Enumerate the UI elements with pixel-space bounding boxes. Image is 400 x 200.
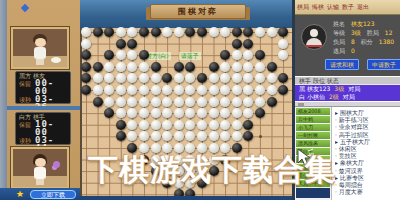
stone-white xyxy=(255,97,265,107)
stone-black xyxy=(81,50,91,60)
stone-black xyxy=(81,73,91,83)
room-list-item[interactable]: · 休闲区 xyxy=(335,145,400,152)
stone-white xyxy=(151,73,161,83)
room-list-item[interactable]: · 业余对弈区 xyxy=(335,123,400,130)
stone-black xyxy=(243,120,253,130)
menu-item[interactable]: 认输 xyxy=(327,3,339,14)
menu-item[interactable]: 悔棋 xyxy=(312,3,324,14)
stone-black xyxy=(209,62,219,72)
stone-white xyxy=(209,27,219,37)
stone-white xyxy=(232,85,242,95)
profile-avatar-icon xyxy=(301,24,327,50)
stone-white xyxy=(243,73,253,83)
stone-black xyxy=(278,85,288,95)
profile-stats: 姓名 棋友123 等级 3级 胜局 12 负局 8 积分 1380 逃局 xyxy=(333,19,397,55)
stone-white xyxy=(162,85,172,95)
stone-white xyxy=(116,85,126,95)
stone-black xyxy=(81,85,91,95)
room-list-item[interactable]: ▸ 围棋大厅 xyxy=(335,109,400,116)
stone-white xyxy=(162,131,172,141)
stone-black xyxy=(104,50,114,60)
stone-white xyxy=(151,120,161,130)
clock-label: 保留 xyxy=(19,121,35,129)
stone-white xyxy=(174,131,184,141)
clock-label: 保留 xyxy=(19,80,35,88)
stone-white xyxy=(162,27,172,37)
stone-black xyxy=(93,97,103,107)
stone-white xyxy=(209,120,219,130)
stone-white xyxy=(232,73,242,83)
stone-white xyxy=(162,120,172,130)
stone-black xyxy=(255,108,265,118)
player-bottom-avatar xyxy=(11,147,69,189)
room-list-item[interactable]: · 楚河汉界 xyxy=(335,167,400,174)
stone-white xyxy=(116,108,126,118)
stone-black xyxy=(151,27,161,37)
pet-icon xyxy=(51,57,61,63)
stone-white xyxy=(220,108,230,118)
download-button[interactable]: 立即下载 xyxy=(30,190,76,199)
stone-white xyxy=(267,85,277,95)
stone-black xyxy=(127,39,137,49)
stone-white xyxy=(151,108,161,118)
stone-black xyxy=(116,39,126,49)
stone-white xyxy=(232,97,242,107)
stone-black xyxy=(151,62,161,72)
stone-white xyxy=(127,97,137,107)
stone-white xyxy=(116,62,126,72)
room-list-item[interactable]: · 新手练习区 xyxy=(335,116,400,123)
room-list-item[interactable]: · 月度大赛 xyxy=(335,188,400,195)
stone-white xyxy=(162,97,172,107)
stone-white xyxy=(209,131,219,141)
stone-white xyxy=(116,50,126,60)
stone-white xyxy=(209,73,219,83)
stone-white xyxy=(197,85,207,95)
stone-white xyxy=(255,85,265,95)
stone-black xyxy=(243,131,253,141)
row-status: 对局 xyxy=(343,93,355,101)
player-info-panel: 姓名 棋友123 等级 3级 胜局 12 负局 8 积分 1380 逃局 xyxy=(295,15,400,76)
stone-white xyxy=(185,120,195,130)
row-rank: 2级 xyxy=(329,93,339,101)
stone-white xyxy=(174,120,184,130)
stone-black xyxy=(255,50,265,60)
stone-white xyxy=(151,131,161,141)
stone-white xyxy=(243,108,253,118)
stone-black xyxy=(185,62,195,72)
players-table-header: 棋手 段位 状态 xyxy=(295,76,400,84)
turn-message-right: 请落子 xyxy=(179,52,201,60)
stone-black xyxy=(267,62,277,72)
stone-white xyxy=(116,27,126,37)
stone-white xyxy=(104,62,114,72)
stone-white xyxy=(220,62,230,72)
menu-item[interactable]: 数子 xyxy=(342,3,354,14)
clock-value-main: 00-00 xyxy=(35,79,67,95)
stone-white xyxy=(127,85,137,95)
stone-white xyxy=(174,85,184,95)
stone-white xyxy=(197,108,207,118)
stone-white xyxy=(116,73,126,83)
sidebar-menubar: 棋局悔棋认输数子退出 xyxy=(295,0,400,15)
stone-white xyxy=(232,108,242,118)
stone-white xyxy=(243,85,253,95)
player-top-avatar xyxy=(11,27,69,69)
stat-label: 胜局 xyxy=(367,28,379,37)
girl-avatar-figure xyxy=(30,154,50,188)
room-list-item[interactable]: ▸ 象棋大厅 xyxy=(335,159,400,166)
stone-white xyxy=(255,27,265,37)
stone-black xyxy=(104,27,114,37)
stone-black xyxy=(232,39,242,49)
user-list-item[interactable]: 棋友2008 xyxy=(296,108,330,115)
stone-black xyxy=(81,62,91,72)
stone-black xyxy=(185,27,195,37)
stone-white xyxy=(93,85,103,95)
clock-label: 读秒 xyxy=(19,137,35,145)
stone-white xyxy=(220,85,230,95)
window-left-edge xyxy=(0,0,7,200)
stone-white xyxy=(220,120,230,130)
stat-value: 1380 xyxy=(379,37,394,46)
stone-white xyxy=(243,62,253,72)
clock-value-main: 10-00 xyxy=(35,120,67,136)
panel-divider xyxy=(7,106,80,110)
stone-white xyxy=(151,85,161,95)
stone-white xyxy=(185,97,195,107)
players-table-row[interactable]: 黑 棋友123 3级 对局 xyxy=(295,85,400,93)
stat-label: 姓名 xyxy=(333,19,345,28)
stat-value: 12 xyxy=(385,28,393,37)
stone-black xyxy=(93,62,103,72)
stone-white xyxy=(232,62,242,72)
stone-white xyxy=(209,85,219,95)
stone-white xyxy=(209,108,219,118)
stone-white xyxy=(174,27,184,37)
stat-label: 负局 xyxy=(333,37,345,46)
count-request-button[interactable]: 申请数子 xyxy=(367,59,400,70)
star-icon: ★ xyxy=(16,189,24,199)
room-banner: 围棋对弈 xyxy=(150,4,246,19)
stone-white xyxy=(174,97,184,107)
boy-avatar-figure xyxy=(30,34,50,68)
stone-white xyxy=(139,120,149,130)
stone-white xyxy=(220,73,230,83)
row-name: 黑 棋友123 xyxy=(299,85,330,93)
stone-white xyxy=(278,39,288,49)
stone-white xyxy=(174,73,184,83)
stone-white xyxy=(81,27,91,37)
clock-label: 读秒 xyxy=(19,96,35,104)
turn-message: 对方(白) 请落子 xyxy=(144,52,201,60)
players-table-row[interactable]: 白 小棋仙 2级 对局 xyxy=(295,93,400,101)
stone-white xyxy=(185,131,195,141)
stone-white xyxy=(185,108,195,118)
stone-white xyxy=(127,120,137,130)
stone-white xyxy=(127,27,137,37)
row-name: 白 小棋仙 xyxy=(299,93,325,101)
stone-white xyxy=(185,73,195,83)
stone-black xyxy=(278,27,288,37)
stone-white xyxy=(267,27,277,37)
stone-white xyxy=(127,131,137,141)
stone-black xyxy=(278,73,288,83)
stone-white xyxy=(139,108,149,118)
stone-black xyxy=(197,27,207,37)
board-bottom-strip xyxy=(80,196,294,200)
stone-white xyxy=(197,131,207,141)
stat-value: 8 xyxy=(351,37,355,46)
stone-white xyxy=(81,39,91,49)
stone-white xyxy=(220,97,230,107)
stone-white xyxy=(197,97,207,107)
stone-white xyxy=(139,97,149,107)
stone-black xyxy=(116,131,126,141)
stone-white xyxy=(243,97,253,107)
room-list-item[interactable]: · 每周擂台 xyxy=(335,181,400,188)
stone-white xyxy=(127,50,137,60)
stone-black xyxy=(197,73,207,83)
user-list-item[interactable]: 清风徐来 xyxy=(296,140,330,147)
user-list-item[interactable]: 云中鹤 xyxy=(296,116,330,123)
flower-icon xyxy=(53,161,60,168)
user-list-item[interactable]: 小飞刀 xyxy=(296,124,330,131)
stone-white xyxy=(232,131,242,141)
stone-white xyxy=(267,73,277,83)
star-point xyxy=(259,135,262,138)
stat-label: 等级 xyxy=(333,28,345,37)
stone-black xyxy=(174,62,184,72)
stone-white xyxy=(209,97,219,107)
stone-white xyxy=(139,62,149,72)
clock-white: 白方 棋手 保留10-00 读秒03-44 提子 0 xyxy=(15,112,71,145)
stone-white xyxy=(151,97,161,107)
stone-white xyxy=(232,50,242,60)
stone-white xyxy=(104,85,114,95)
stone-white xyxy=(220,131,230,141)
stat-value: 0 xyxy=(351,46,355,55)
room-list-item[interactable]: · 高手过招区 xyxy=(335,131,400,138)
row-status: 对局 xyxy=(348,85,360,93)
stone-white xyxy=(139,131,149,141)
undo-request-button[interactable]: 请求和棋 xyxy=(325,59,359,70)
stone-white xyxy=(116,97,126,107)
stone-black xyxy=(243,39,253,49)
stone-white xyxy=(255,73,265,83)
stone-black xyxy=(162,73,172,83)
menu-item[interactable]: 棋局 xyxy=(297,3,309,14)
stat-label: 积分 xyxy=(361,37,373,46)
stone-white xyxy=(104,73,114,83)
room-list-item[interactable]: ▸ 比赛专区 xyxy=(335,174,400,181)
menu-item[interactable]: 退出 xyxy=(357,3,369,14)
app-window: 黑方 棋友 保留00-00 读秒03-36 提子 0 白方 棋手 保留10-00… xyxy=(0,0,400,200)
stone-white xyxy=(139,73,149,83)
room-list-item[interactable]: · 竞技区 xyxy=(335,152,400,159)
room-list-item[interactable]: ▸ 五子棋大厅 xyxy=(335,138,400,145)
stone-white xyxy=(139,85,149,95)
stone-black xyxy=(116,120,126,130)
stone-white xyxy=(162,108,172,118)
stone-black xyxy=(267,97,277,107)
stone-black xyxy=(232,27,242,37)
stone-white xyxy=(278,50,288,60)
stone-white xyxy=(197,120,207,130)
stone-white xyxy=(255,62,265,72)
room-tree-list: ▸ 围棋大厅· 新手练习区· 业余对弈区· 高手过招区▸ 五子棋大厅· 休闲区·… xyxy=(331,107,400,200)
stone-white xyxy=(232,120,242,130)
stone-white xyxy=(127,73,137,83)
stone-black xyxy=(243,27,253,37)
stat-value: 棋友123 xyxy=(351,19,374,28)
stone-black xyxy=(93,27,103,37)
row-rank: 3级 xyxy=(334,85,344,93)
user-list-item[interactable]: 一剑封喉 xyxy=(296,132,330,139)
stone-white xyxy=(127,62,137,72)
stone-black xyxy=(139,27,149,37)
stone-white xyxy=(127,108,137,118)
stone-white xyxy=(220,27,230,37)
stone-white xyxy=(104,97,114,107)
stone-white xyxy=(185,85,195,95)
clock-black: 黑方 棋友 保留00-00 读秒03-36 提子 0 xyxy=(15,71,71,104)
stone-white xyxy=(93,73,103,83)
stat-label: 逃局 xyxy=(333,46,345,55)
stone-black xyxy=(220,50,230,60)
page-title-overlay: 下棋游戏下载合集 xyxy=(88,150,308,191)
stat-value: 3级 xyxy=(351,28,361,37)
stone-black xyxy=(104,108,114,118)
stone-white xyxy=(243,50,253,60)
stone-white xyxy=(174,108,184,118)
